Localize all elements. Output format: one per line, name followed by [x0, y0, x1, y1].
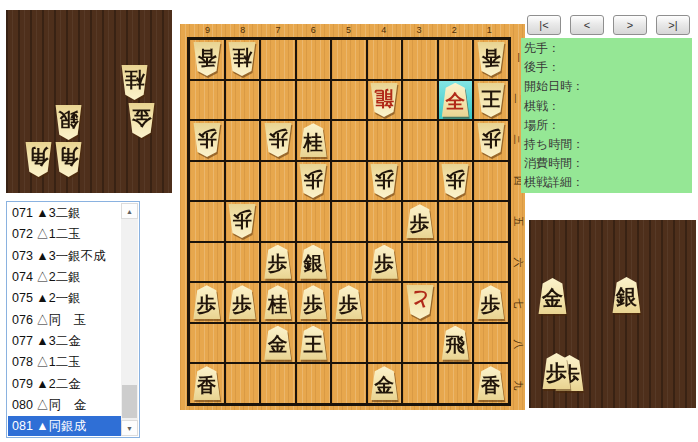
- info-label-sente: 先手：: [524, 39, 692, 58]
- shogi-board: 香桂香龍全王歩歩桂歩歩歩歩歩歩歩銀歩歩歩桂歩歩と歩金王飛香金香: [187, 37, 511, 406]
- square-62[interactable]: [297, 81, 331, 120]
- sente-pawn-piece: 歩: [370, 245, 398, 279]
- last-move-button[interactable]: >|: [656, 15, 690, 35]
- square-75[interactable]: [261, 202, 295, 241]
- sente-hand-gold-piece: 金: [538, 278, 567, 314]
- move-row-073[interactable]: 073 ▲3一銀不成: [8, 246, 121, 267]
- square-42[interactable]: 龍: [368, 81, 402, 120]
- square-66[interactable]: 銀: [297, 243, 331, 282]
- move-row-078[interactable]: 078 △1二玉: [8, 352, 121, 373]
- square-23[interactable]: [439, 121, 473, 160]
- square-55[interactable]: [332, 202, 366, 241]
- square-43[interactable]: [368, 121, 402, 160]
- move-row-081[interactable]: 081 ▲同銀成: [8, 416, 121, 436]
- info-label-time-used: 消費時間：: [524, 154, 692, 173]
- square-51[interactable]: [332, 40, 366, 79]
- square-65[interactable]: [297, 202, 331, 241]
- file-label-5: 5: [331, 25, 366, 36]
- sente-pawn-piece: 歩: [406, 204, 434, 238]
- sente-hand-silver-piece: 銀: [612, 277, 641, 313]
- gote-hand-gold-piece: 金: [128, 103, 155, 138]
- move-row-071[interactable]: 071 ▲3二銀: [8, 203, 121, 224]
- square-97[interactable]: 歩: [190, 283, 224, 322]
- sente-knight-piece: 桂: [264, 285, 292, 319]
- square-39[interactable]: [403, 364, 437, 403]
- file-label-7: 7: [260, 25, 295, 36]
- file-coordinates: 987654321: [190, 25, 507, 36]
- square-87[interactable]: 歩: [226, 283, 260, 322]
- square-79[interactable]: [261, 364, 295, 403]
- square-72[interactable]: [261, 81, 295, 120]
- square-93[interactable]: 歩: [190, 121, 224, 160]
- square-91[interactable]: 香: [190, 40, 224, 79]
- square-84[interactable]: [226, 162, 260, 201]
- info-label-tournament-detail: 棋戦詳細：: [524, 173, 692, 192]
- square-73[interactable]: 歩: [261, 121, 295, 160]
- sente-rook-piece: 飛: [441, 326, 469, 360]
- move-row-076[interactable]: 076 △同 玉: [8, 309, 121, 330]
- info-label-time-control: 持ち時間：: [524, 135, 692, 154]
- square-61[interactable]: [297, 40, 331, 79]
- file-label-4: 4: [366, 25, 401, 36]
- sente-pawn-piece: 歩: [335, 285, 363, 319]
- gote-pawn-piece: 歩: [299, 164, 327, 198]
- square-71[interactable]: [261, 40, 295, 79]
- prev-move-button[interactable]: <: [570, 15, 604, 35]
- square-54[interactable]: [332, 162, 366, 201]
- move-row-079[interactable]: 079 ▲2二金: [8, 373, 121, 394]
- square-22[interactable]: 全: [439, 81, 473, 120]
- sente-captured-pieces-tray: 金銀歩歩: [529, 220, 696, 408]
- square-46[interactable]: 歩: [368, 243, 402, 282]
- replay-controls: |<<>>|: [527, 15, 690, 35]
- sente-pawn-piece: 歩: [228, 285, 256, 319]
- gote-pawn-piece: 歩: [193, 123, 221, 157]
- scrollbar-thumb[interactable]: [122, 385, 137, 418]
- square-57[interactable]: 歩: [332, 283, 366, 322]
- file-label-9: 9: [190, 25, 225, 36]
- gote-dragon-piece: 龍: [370, 83, 398, 117]
- scroll-down-arrow-icon[interactable]: ▼: [121, 420, 138, 436]
- square-92[interactable]: [190, 81, 224, 120]
- square-34[interactable]: [403, 162, 437, 201]
- square-32[interactable]: [403, 81, 437, 120]
- file-label-3: 3: [401, 25, 436, 36]
- square-21[interactable]: [439, 40, 473, 79]
- square-63[interactable]: 桂: [297, 121, 331, 160]
- square-49[interactable]: 金: [368, 364, 402, 403]
- square-29[interactable]: [439, 364, 473, 403]
- square-28[interactable]: 飛: [439, 324, 473, 363]
- sente-gold-piece: 金: [264, 326, 292, 360]
- first-move-button[interactable]: |<: [527, 15, 561, 35]
- sente-lance-piece: 香: [193, 366, 221, 400]
- file-label-2: 2: [437, 25, 472, 36]
- square-41[interactable]: [368, 40, 402, 79]
- gote-hand-bishop-piece: 角: [25, 142, 52, 177]
- square-58[interactable]: [332, 324, 366, 363]
- sente-hand-pawn-piece: 歩: [542, 353, 571, 389]
- sente-king-piece: 王: [299, 326, 327, 360]
- square-82[interactable]: [226, 81, 260, 120]
- sente-knight-piece: 桂: [299, 123, 327, 157]
- kifu-viewer: 桂金銀角角 987654321 香桂香龍全王歩歩桂歩歩歩歩歩歩歩銀歩歩歩桂歩歩と…: [0, 0, 698, 442]
- square-95[interactable]: [190, 202, 224, 241]
- square-48[interactable]: [368, 324, 402, 363]
- move-row-077[interactable]: 077 ▲3二金: [8, 331, 121, 352]
- square-68[interactable]: 王: [297, 324, 331, 363]
- square-25[interactable]: [439, 202, 473, 241]
- move-list-items: 071 ▲3二銀072 △1二玉073 ▲3一銀不成074 △2二銀075 ▲2…: [8, 203, 121, 436]
- sente-silver-piece: 銀: [299, 245, 327, 279]
- square-64[interactable]: 歩: [297, 162, 331, 201]
- square-47[interactable]: [368, 283, 402, 322]
- sente-pawn-piece: 歩: [299, 285, 327, 319]
- square-76[interactable]: 歩: [261, 243, 295, 282]
- move-row-080[interactable]: 080 △同 金: [8, 395, 121, 416]
- square-59[interactable]: [332, 364, 366, 403]
- sente-pawn-piece: 歩: [264, 245, 292, 279]
- move-list: 071 ▲3二銀072 △1二玉073 ▲3一銀不成074 △2二銀075 ▲2…: [6, 201, 140, 438]
- gote-pawn-piece: 歩: [228, 204, 256, 238]
- square-31[interactable]: [403, 40, 437, 79]
- square-33[interactable]: [403, 121, 437, 160]
- square-74[interactable]: [261, 162, 295, 201]
- square-24[interactable]: 歩: [439, 162, 473, 201]
- file-label-8: 8: [225, 25, 260, 36]
- square-38[interactable]: [403, 324, 437, 363]
- square-37[interactable]: と: [403, 283, 437, 322]
- move-row-072[interactable]: 072 △1二玉: [8, 224, 121, 245]
- gote-pawn-piece: 歩: [264, 123, 292, 157]
- sente-gold-piece: 金: [370, 366, 398, 400]
- gote-knight-piece: 桂: [228, 42, 256, 76]
- square-27[interactable]: [439, 283, 473, 322]
- square-88[interactable]: [226, 324, 260, 363]
- square-96[interactable]: [190, 243, 224, 282]
- square-77[interactable]: 桂: [261, 283, 295, 322]
- square-89[interactable]: [226, 364, 260, 403]
- file-label-1: 1: [472, 25, 507, 36]
- square-94[interactable]: [190, 162, 224, 201]
- square-98[interactable]: [190, 324, 224, 363]
- move-row-074[interactable]: 074 △2二銀: [8, 267, 121, 288]
- square-69[interactable]: [297, 364, 331, 403]
- square-26[interactable]: [439, 243, 473, 282]
- square-35[interactable]: 歩: [403, 202, 437, 241]
- square-52[interactable]: [332, 81, 366, 120]
- move-row-075[interactable]: 075 ▲2一銀: [8, 288, 121, 309]
- move-list-scrollbar[interactable]: ▲ ▼: [121, 203, 138, 436]
- gote-pawn-piece: 歩: [370, 164, 398, 198]
- square-81[interactable]: 桂: [226, 40, 260, 79]
- info-label-site: 場所：: [524, 116, 692, 135]
- square-86[interactable]: [226, 243, 260, 282]
- game-info-panel: 先手：後手：開始日時：棋戦：場所：持ち時間：消費時間：棋戦詳細：: [521, 38, 692, 193]
- square-44[interactable]: 歩: [368, 162, 402, 201]
- square-83[interactable]: [226, 121, 260, 160]
- gote-captured-pieces-tray: 桂金銀角角: [6, 10, 172, 193]
- gote-lance-piece: 香: [193, 42, 221, 76]
- square-56[interactable]: [332, 243, 366, 282]
- square-99[interactable]: 香: [190, 364, 224, 403]
- info-label-start-datetime: 開始日時：: [524, 77, 692, 96]
- square-85[interactable]: 歩: [226, 202, 260, 241]
- info-label-tournament: 棋戦：: [524, 97, 692, 116]
- file-label-6: 6: [296, 25, 331, 36]
- gote-hand-bishop-piece: 角: [55, 142, 82, 177]
- board-panel: 987654321 香桂香龍全王歩歩桂歩歩歩歩歩歩歩銀歩歩歩桂歩歩と歩金王飛香金…: [180, 24, 525, 410]
- gote-hand-silver-piece: 銀: [55, 105, 82, 140]
- gote-hand-knight-piece: 桂: [121, 65, 148, 100]
- gote-pawn-piece: 歩: [441, 164, 469, 198]
- next-move-button[interactable]: >: [613, 15, 647, 35]
- sente-pawn-piece: 歩: [193, 285, 221, 319]
- info-label-gote: 後手：: [524, 58, 692, 77]
- square-45[interactable]: [368, 202, 402, 241]
- square-78[interactable]: 金: [261, 324, 295, 363]
- square-36[interactable]: [403, 243, 437, 282]
- scroll-up-arrow-icon[interactable]: ▲: [121, 203, 138, 219]
- sente-promoted-silver-piece: 全: [441, 83, 469, 117]
- square-67[interactable]: 歩: [297, 283, 331, 322]
- square-53[interactable]: [332, 121, 366, 160]
- gote-tokin-piece: と: [406, 285, 434, 319]
